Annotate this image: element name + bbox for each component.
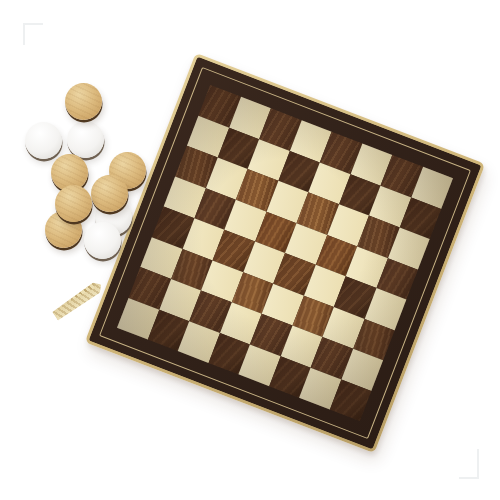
checkers-board[interactable]	[85, 53, 486, 454]
board-grid	[117, 85, 453, 421]
board-frame	[89, 57, 482, 450]
frame-corner-mark-bottom-right	[459, 449, 479, 479]
checker-piece-white[interactable]	[25, 122, 62, 159]
checker-piece-tan[interactable]	[55, 185, 92, 222]
product-photo-stage	[0, 0, 500, 500]
ribbon-strand	[55, 282, 95, 307]
frame-corner-mark-top-left	[23, 23, 43, 45]
checker-piece-tan[interactable]	[91, 175, 128, 212]
checker-piece-tan[interactable]	[65, 83, 102, 120]
checker-piece-white[interactable]	[84, 222, 121, 259]
checker-piece-white[interactable]	[67, 121, 104, 158]
